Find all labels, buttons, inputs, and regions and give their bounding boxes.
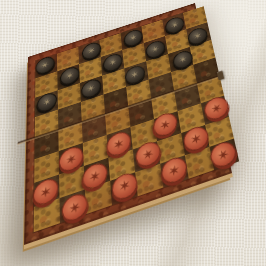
star-carving-icon: ✶ [85, 82, 97, 95]
star-carving-icon: ✶ [169, 21, 179, 30]
star-carving-icon: ✶ [192, 31, 202, 42]
star-carving-icon: ✶ [107, 58, 118, 68]
star-carving-icon: ✶ [167, 163, 180, 178]
star-carving-icon: ✶ [39, 59, 51, 71]
star-carving-icon: ✶ [39, 183, 52, 200]
board-grid: ✶✶✶✶✶✶✶✶✶✶✶✶✶✶✶✶✶✶✶✶✶✶✶✶ [34, 11, 221, 232]
star-carving-icon: ✶ [130, 69, 140, 81]
star-carving-icon: ✶ [67, 198, 83, 217]
star-carving-icon: ✶ [118, 177, 131, 195]
star-carving-icon: ✶ [65, 70, 74, 81]
star-carving-icon: ✶ [87, 168, 102, 182]
star-carving-icon: ✶ [158, 118, 172, 131]
star-carving-icon: ✶ [64, 151, 78, 168]
star-carving-icon: ✶ [128, 33, 137, 43]
star-carving-icon: ✶ [209, 101, 224, 117]
star-carving-icon: ✶ [149, 44, 161, 56]
star-carving-icon: ✶ [113, 136, 125, 151]
star-carving-icon: ✶ [189, 130, 202, 146]
star-carving-icon: ✶ [215, 145, 232, 163]
hinge-clasp [217, 70, 224, 80]
star-carving-icon: ✶ [86, 45, 96, 56]
checkers-board: ✶✶✶✶✶✶✶✶✶✶✶✶✶✶✶✶✶✶✶✶✶✶✶✶ [24, 3, 232, 245]
star-carving-icon: ✶ [177, 55, 187, 65]
star-carving-icon: ✶ [41, 97, 53, 108]
star-carving-icon: ✶ [140, 145, 155, 162]
fabric-background: ✶✶✶✶✶✶✶✶✶✶✶✶✶✶✶✶✶✶✶✶✶✶✶✶ [0, 0, 266, 266]
